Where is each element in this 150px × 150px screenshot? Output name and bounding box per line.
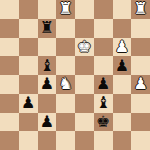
square-g5[interactable]: ♟ [113,56,132,75]
black-bishop-piece[interactable]: ♝ [96,94,110,112]
square-h5[interactable] [131,56,150,75]
square-g2[interactable] [113,113,132,132]
square-a6[interactable] [0,38,19,57]
square-d1[interactable] [56,131,75,150]
square-b5[interactable] [19,56,38,75]
square-g4[interactable] [113,75,132,94]
square-h6[interactable] [131,38,150,57]
square-d2[interactable] [56,113,75,132]
square-f6[interactable] [94,38,113,57]
square-c2[interactable]: ♟ [38,113,57,132]
square-b2[interactable] [19,113,38,132]
square-e2[interactable] [75,113,94,132]
black-pawn-piece[interactable]: ♟ [40,113,54,131]
square-a2[interactable] [0,113,19,132]
square-h1[interactable] [131,131,150,150]
black-pawn-piece[interactable]: ♟ [115,57,129,75]
square-h2[interactable] [131,113,150,132]
square-h8[interactable]: ♜ [131,0,150,19]
square-f1[interactable] [94,131,113,150]
square-b4[interactable] [19,75,38,94]
white-rook-piece[interactable]: ♜ [133,0,147,18]
square-f8[interactable] [94,0,113,19]
square-d4[interactable]: ♞ [56,75,75,94]
black-pawn-piece[interactable]: ♟ [96,75,110,93]
square-f2[interactable]: ♚ [94,113,113,132]
square-b3[interactable]: ♟ [19,94,38,113]
square-d3[interactable] [56,94,75,113]
black-pawn-piece[interactable]: ♟ [21,94,35,112]
square-c6[interactable] [38,38,57,57]
square-h4[interactable]: ♟ [131,75,150,94]
black-bishop-piece[interactable]: ♝ [40,57,54,75]
square-g6[interactable]: ♟ [113,38,132,57]
square-f7[interactable] [94,19,113,38]
white-pawn-piece[interactable]: ♟ [133,75,147,93]
square-g3[interactable] [113,94,132,113]
square-e3[interactable] [75,94,94,113]
square-e6[interactable]: ♚ [75,38,94,57]
square-e4[interactable] [75,75,94,94]
square-g1[interactable] [113,131,132,150]
square-e5[interactable] [75,56,94,75]
square-a4[interactable] [0,75,19,94]
square-c1[interactable] [38,131,57,150]
square-c5[interactable]: ♝ [38,56,57,75]
square-c7[interactable]: ♜ [38,19,57,38]
chess-board: ♜♜♜♚♟♝♟♟♞♟♟♟♝♟♚ [0,0,150,150]
square-b6[interactable] [19,38,38,57]
square-h3[interactable] [131,94,150,113]
square-c4[interactable]: ♟ [38,75,57,94]
square-d5[interactable] [56,56,75,75]
white-rook-piece[interactable]: ♜ [58,0,72,18]
square-d6[interactable] [56,38,75,57]
square-b7[interactable] [19,19,38,38]
white-king-piece[interactable]: ♚ [77,38,91,56]
square-c3[interactable] [38,94,57,113]
square-b8[interactable] [19,0,38,19]
square-c8[interactable] [38,0,57,19]
black-rook-piece[interactable]: ♜ [40,19,54,37]
square-e8[interactable] [75,0,94,19]
black-king-piece[interactable]: ♚ [96,113,110,131]
white-pawn-piece[interactable]: ♟ [115,38,129,56]
square-f3[interactable]: ♝ [94,94,113,113]
square-a1[interactable] [0,131,19,150]
square-f4[interactable]: ♟ [94,75,113,94]
square-h7[interactable] [131,19,150,38]
square-f5[interactable] [94,56,113,75]
square-a3[interactable] [0,94,19,113]
square-a5[interactable] [0,56,19,75]
white-knight-piece[interactable]: ♞ [58,75,72,93]
square-e1[interactable] [75,131,94,150]
square-d7[interactable] [56,19,75,38]
square-a7[interactable] [0,19,19,38]
square-d8[interactable]: ♜ [56,0,75,19]
square-e7[interactable] [75,19,94,38]
square-b1[interactable] [19,131,38,150]
square-g8[interactable] [113,0,132,19]
square-a8[interactable] [0,0,19,19]
square-g7[interactable] [113,19,132,38]
black-pawn-piece[interactable]: ♟ [40,75,54,93]
